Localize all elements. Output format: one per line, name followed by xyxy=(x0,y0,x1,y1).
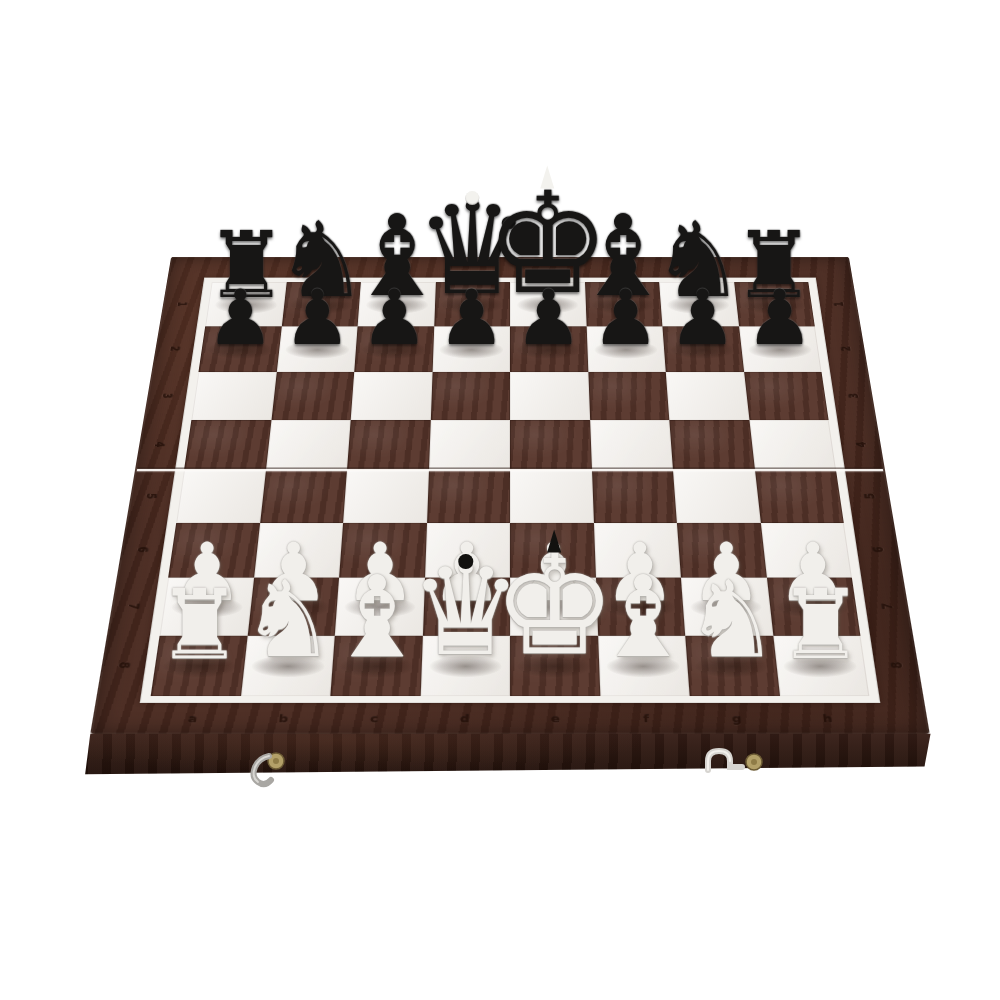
rank-label-left-4: 4 xyxy=(151,442,167,448)
rank-label-right-8: 8 xyxy=(888,662,905,669)
rank-label-right-5: 5 xyxy=(861,493,877,499)
white-knight-b1: ♞ xyxy=(241,568,336,674)
rank-label-left-8: 8 xyxy=(115,662,132,669)
square-c6 xyxy=(351,372,432,420)
square-f6 xyxy=(588,372,669,420)
rank-label-left-1: 1 xyxy=(174,302,189,307)
square-b6 xyxy=(271,372,354,420)
rank-label-left-6: 6 xyxy=(134,547,151,553)
fold-seam xyxy=(137,467,883,471)
black-queen-finial xyxy=(465,191,480,206)
square-a5 xyxy=(184,420,271,470)
square-d6 xyxy=(430,372,510,420)
left-clasp-hook xyxy=(236,748,294,794)
white-rook-a1: ♜ xyxy=(157,577,243,673)
rank-label-left-7: 7 xyxy=(125,603,142,609)
board-apron xyxy=(80,730,940,778)
file-label-c: c xyxy=(370,714,379,725)
square-g6 xyxy=(666,372,749,420)
black-pawn-c7: ♟ xyxy=(360,280,428,356)
black-pawn-a7: ♟ xyxy=(206,280,274,356)
square-c5 xyxy=(347,420,430,470)
square-h6 xyxy=(744,372,829,420)
file-label-f: f xyxy=(643,714,649,725)
rank-label-right-7: 7 xyxy=(878,603,895,609)
rank-label-left-3: 3 xyxy=(159,393,174,398)
black-pawn-e7: ♟ xyxy=(514,280,582,356)
rank-label-left-5: 5 xyxy=(143,493,159,499)
rank-label-left-2: 2 xyxy=(167,346,182,351)
square-g5 xyxy=(669,420,754,470)
file-label-b: b xyxy=(278,714,289,725)
square-e6 xyxy=(510,372,590,420)
square-h5 xyxy=(749,420,836,470)
rank-label-right-1: 1 xyxy=(831,302,846,307)
white-queen-finial xyxy=(458,554,472,568)
file-label-g: g xyxy=(731,714,742,725)
rank-label-right-3: 3 xyxy=(845,393,860,398)
square-h4 xyxy=(755,470,844,523)
square-f4 xyxy=(592,470,677,523)
file-label-a: a xyxy=(187,714,197,725)
square-a4 xyxy=(176,470,265,523)
file-label-e: e xyxy=(551,714,560,725)
file-label-h: h xyxy=(822,714,833,725)
right-clasp-screw-slot xyxy=(751,759,757,765)
rank-label-right-2: 2 xyxy=(838,346,853,351)
stage: 12345678 12345678 abcdefgh ♜♞♝♛♚♝♞♜♟♟♟♟♟… xyxy=(0,0,1000,1000)
black-king-finial xyxy=(541,166,555,189)
right-clasp-hook xyxy=(700,744,766,774)
black-pawn-b7: ♟ xyxy=(283,280,351,356)
rank-label-right-6: 6 xyxy=(870,547,887,553)
square-d4 xyxy=(427,470,510,523)
black-pawn-g7: ♟ xyxy=(669,280,737,356)
rank-label-right-4: 4 xyxy=(853,442,869,448)
black-pawn-f7: ♟ xyxy=(591,280,659,356)
square-g4 xyxy=(673,470,760,523)
square-e5 xyxy=(510,420,592,470)
white-rook-h1: ♜ xyxy=(777,577,863,673)
black-pawn-h7: ♟ xyxy=(746,280,814,356)
white-knight-g1: ♞ xyxy=(684,568,779,674)
square-d5 xyxy=(429,420,511,470)
square-e4 xyxy=(510,470,593,523)
white-king-finial xyxy=(547,529,561,552)
left-clasp-screw-slot xyxy=(273,758,279,764)
square-b4 xyxy=(260,470,347,523)
white-bishop-f1: ♝ xyxy=(593,562,693,674)
square-a6 xyxy=(191,372,276,420)
square-f5 xyxy=(590,420,673,470)
square-c4 xyxy=(343,470,428,523)
black-pawn-d7: ♟ xyxy=(437,280,505,356)
square-b5 xyxy=(266,420,351,470)
file-label-d: d xyxy=(460,714,470,725)
